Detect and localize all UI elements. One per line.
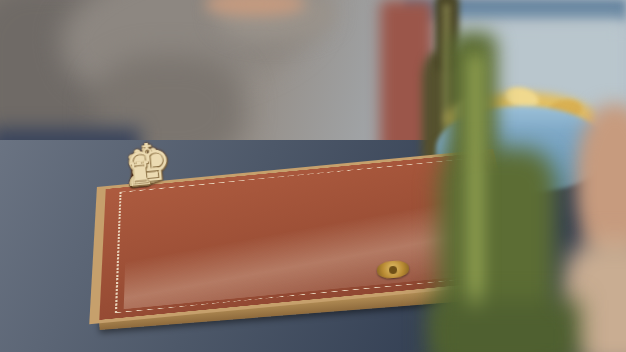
foreground-bottle-highlight <box>468 55 483 325</box>
photo-scene: ♜♝♛♚♟♟♟♟♟♟♞♟♞♟♝♟♟♟♟♟♛♚♜ <box>0 0 626 352</box>
foreground-bottle-base <box>430 300 580 352</box>
latch-pin <box>389 266 398 275</box>
